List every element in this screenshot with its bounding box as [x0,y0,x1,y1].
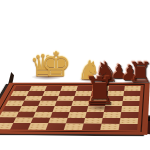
board-squares [0,86,141,131]
chess-board-product-photo: ♛ ♚ ♞ ♞ ♟ ♟ ♜ ♜ [0,0,150,150]
square-h1 [119,124,138,130]
piece-shadow [86,104,115,111]
square-g1 [100,124,119,130]
piece-shadow [123,80,147,85]
square-e1 [64,124,84,130]
piece-shadow [31,74,63,80]
square-f1 [82,124,102,130]
chess-board [0,83,150,135]
square-d1 [46,123,66,129]
piece-shadow [111,76,128,80]
